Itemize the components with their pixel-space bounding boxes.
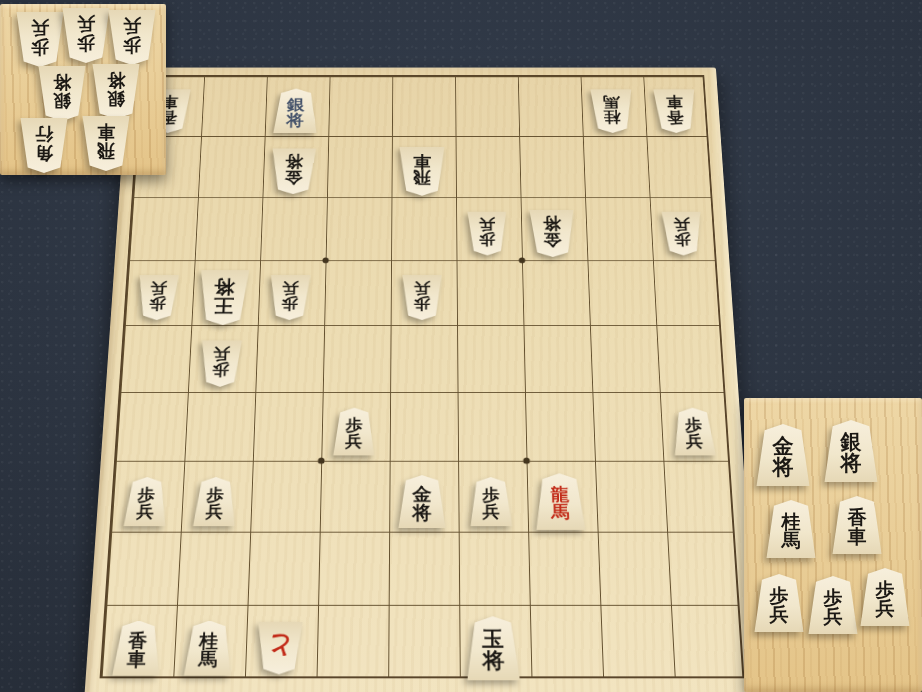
piece-kanji: 歩兵 (281, 281, 298, 312)
photo-background: 香車銀将桂馬香車金将飛車歩兵金将歩兵歩兵王将歩兵歩兵歩兵歩兵歩兵歩兵歩兵金将歩兵… (0, 0, 922, 692)
piece-king-8d[interactable]: 王将 (198, 270, 250, 325)
piece-kanji: 歩兵 (149, 281, 167, 312)
shogi-board: 香車銀将桂馬香車金将飛車歩兵金将歩兵歩兵王将歩兵歩兵歩兵歩兵歩兵歩兵歩兵金将歩兵… (84, 68, 760, 692)
piece-tokin-7i[interactable]: と (256, 622, 303, 674)
piece-pawn-7d[interactable]: 歩兵 (269, 275, 311, 320)
piece-kanji: 歩兵 (673, 217, 691, 247)
piece-kanji: 金将 (412, 485, 431, 522)
piece-kanji: 歩兵 (136, 487, 155, 520)
piece-kanji: 歩兵 (414, 281, 431, 312)
piece-kanji: 飛車 (97, 123, 115, 160)
piece-kanji: 歩兵 (345, 417, 362, 449)
piece-silver-in-hand-2[interactable]: 銀将 (824, 420, 878, 482)
piece-pawn-8e[interactable]: 歩兵 (199, 340, 242, 386)
piece-pawn-1f[interactable]: 歩兵 (672, 408, 716, 456)
piece-kanji: と (266, 633, 293, 659)
piece-pawn-6f[interactable]: 歩兵 (333, 408, 375, 456)
piece-kanji: 歩兵 (123, 17, 141, 54)
piece-kanji: 銀将 (841, 432, 862, 475)
piece-silver-in-hand-4[interactable]: 銀将 (38, 66, 86, 121)
piece-gold-3c[interactable]: 金将 (529, 210, 576, 257)
piece-kanji: 歩兵 (685, 417, 704, 449)
piece-rook-in-hand-7[interactable]: 飛車 (82, 116, 130, 171)
piece-pawn-9d[interactable]: 歩兵 (136, 275, 179, 320)
piece-gold-in-hand-1[interactable]: 金将 (756, 424, 810, 486)
piece-kanji: 歩兵 (770, 586, 789, 625)
piece-knight-in-hand-3[interactable]: 桂馬 (766, 500, 816, 558)
piece-silver-in-hand-5[interactable]: 銀将 (92, 64, 140, 119)
piece-kanji: 歩兵 (205, 487, 224, 520)
piece-kanji: 歩兵 (31, 19, 49, 56)
piece-pawn-in-hand-7[interactable]: 歩兵 (860, 568, 910, 626)
piece-pawn-4c[interactable]: 歩兵 (467, 212, 507, 256)
piece-kanji: 銀将 (107, 71, 125, 108)
piece-pawn-in-hand-3[interactable]: 歩兵 (108, 10, 156, 65)
piece-pawn-9g[interactable]: 歩兵 (123, 477, 168, 526)
piece-kanji: 歩兵 (77, 15, 95, 52)
piece-kanji: 玉将 (482, 628, 504, 672)
piece-kanji: 香車 (666, 94, 684, 124)
piece-pawn-1c[interactable]: 歩兵 (661, 212, 703, 256)
piece-pawn-in-hand-5[interactable]: 歩兵 (754, 574, 804, 632)
piece-rook-5b[interactable]: 飛車 (399, 147, 446, 196)
piece-king-4i[interactable]: 玉将 (466, 616, 520, 680)
piece-silver-7a[interactable]: 銀将 (273, 89, 318, 133)
piece-lance-9i[interactable]: 香車 (112, 621, 163, 676)
piece-kanji: 銀将 (53, 73, 71, 110)
piece-pawn-4g[interactable]: 歩兵 (470, 477, 513, 526)
piece-knight-2a[interactable]: 桂馬 (590, 89, 634, 133)
gote-komadai[interactable]: 歩兵歩兵歩兵銀将銀将角行飛車 (0, 4, 166, 175)
piece-bishop-in-hand-6[interactable]: 角行 (20, 118, 68, 173)
piece-kanji: 桂馬 (198, 631, 218, 669)
sente-komadai[interactable]: 金将銀将桂馬香車歩兵歩兵歩兵 (744, 398, 922, 692)
piece-horse-3g[interactable]: 龍馬 (534, 473, 586, 530)
piece-lance-in-hand-4[interactable]: 香車 (832, 496, 882, 554)
piece-pawn-5d[interactable]: 歩兵 (402, 275, 443, 320)
piece-kanji: 桂馬 (782, 512, 801, 551)
piece-kanji: 歩兵 (824, 588, 843, 627)
piece-kanji: 王将 (213, 277, 235, 314)
piece-kanji: 龍馬 (551, 486, 570, 521)
piece-kanji: 銀将 (286, 97, 304, 128)
piece-kanji: 金将 (543, 215, 562, 248)
piece-gold-5g[interactable]: 金将 (398, 475, 446, 528)
piece-knight-8i[interactable]: 桂馬 (183, 621, 233, 676)
piece-kanji: 桂馬 (603, 94, 621, 124)
piece-kanji: 歩兵 (479, 217, 496, 247)
board-piece-layer: 香車銀将桂馬香車金将飛車歩兵金将歩兵歩兵王将歩兵歩兵歩兵歩兵歩兵歩兵歩兵金将歩兵… (84, 68, 760, 692)
piece-lance-1a[interactable]: 香車 (653, 89, 698, 133)
piece-pawn-8g[interactable]: 歩兵 (193, 477, 237, 526)
piece-pawn-in-hand-1[interactable]: 歩兵 (16, 12, 64, 67)
piece-pawn-in-hand-6[interactable]: 歩兵 (808, 576, 858, 634)
piece-kanji: 歩兵 (482, 487, 500, 520)
piece-kanji: 香車 (127, 631, 148, 669)
piece-kanji: 飛車 (413, 154, 431, 186)
piece-kanji: 歩兵 (876, 580, 895, 619)
piece-kanji: 金将 (284, 154, 303, 186)
piece-kanji: 香車 (848, 508, 867, 547)
piece-gold-7b[interactable]: 金将 (271, 149, 317, 195)
piece-kanji: 角行 (35, 125, 53, 162)
piece-kanji: 金将 (773, 436, 794, 479)
piece-kanji: 歩兵 (212, 346, 230, 377)
piece-pawn-in-hand-2[interactable]: 歩兵 (62, 8, 110, 63)
